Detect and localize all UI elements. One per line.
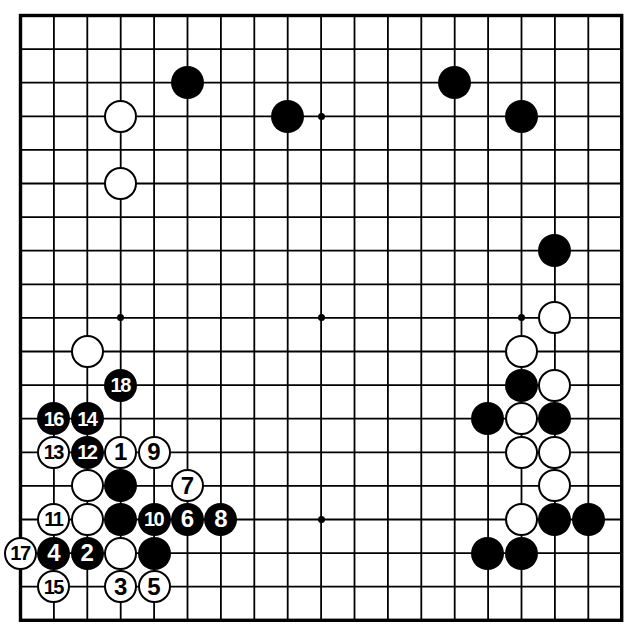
- move-number: 2: [81, 541, 94, 565]
- white-stone-D16: [104, 100, 137, 133]
- move-number: 9: [147, 440, 160, 464]
- move-3-white-stone-D2: 3: [104, 570, 137, 603]
- white-stone-R5: [538, 469, 571, 502]
- move-7-white-stone-F5: 7: [171, 469, 204, 502]
- move-2-black-stone-C3: 2: [71, 537, 104, 570]
- go-board: 181614131219711106817421535: [0, 0, 640, 640]
- move-16-black-stone-B7: 16: [37, 402, 70, 435]
- move-number: 1: [114, 440, 127, 464]
- move-10-black-stone-E4: 10: [138, 503, 171, 536]
- white-stone-D3: [104, 537, 137, 570]
- move-number: 12: [77, 442, 96, 462]
- move-14-black-stone-C7: 14: [71, 402, 104, 435]
- move-number: 3: [114, 574, 127, 598]
- move-18-black-stone-D8: 18: [104, 369, 137, 402]
- black-stone-S4: [572, 503, 605, 536]
- move-number: 8: [214, 507, 227, 531]
- move-number: 5: [147, 574, 160, 598]
- white-stone-C4: [71, 503, 104, 536]
- move-9-white-stone-E6: 9: [138, 436, 171, 469]
- move-number: 11: [44, 509, 62, 529]
- star-point: [318, 516, 325, 523]
- move-4-black-stone-B3: 4: [37, 537, 70, 570]
- move-number: 17: [10, 543, 29, 563]
- white-stone-Q9: [505, 335, 538, 368]
- black-stone-P7: [471, 402, 504, 435]
- move-number: 7: [181, 473, 194, 497]
- move-13-white-stone-B6: 13: [37, 436, 70, 469]
- black-stone-R12: [538, 234, 571, 267]
- white-stone-C5: [71, 469, 104, 502]
- star-point: [518, 314, 525, 321]
- black-stone-R4: [538, 503, 571, 536]
- star-point: [318, 314, 325, 321]
- move-number: 18: [111, 375, 130, 395]
- white-stone-R6: [538, 436, 571, 469]
- white-stone-R10: [538, 301, 571, 334]
- black-stone-P3: [471, 537, 504, 570]
- move-number: 6: [181, 507, 194, 531]
- black-stone-O17: [438, 66, 471, 99]
- star-point: [117, 314, 124, 321]
- black-stone-D4: [104, 503, 137, 536]
- black-stone-R7: [538, 402, 571, 435]
- move-5-white-stone-E2: 5: [138, 570, 171, 603]
- move-number: 15: [44, 576, 63, 596]
- move-number: 14: [77, 408, 96, 428]
- move-17-white-stone-A3: 17: [4, 537, 37, 570]
- white-stone-Q7: [505, 402, 538, 435]
- white-stone-Q6: [505, 436, 538, 469]
- black-stone-J16: [271, 100, 304, 133]
- black-stone-Q8: [505, 369, 538, 402]
- move-12-black-stone-C6: 12: [71, 436, 104, 469]
- move-6-black-stone-F4: 6: [171, 503, 204, 536]
- white-stone-Q4: [505, 503, 538, 536]
- move-11-white-stone-B4: 11: [37, 503, 70, 536]
- move-8-black-stone-G4: 8: [204, 503, 237, 536]
- black-stone-E3: [138, 537, 171, 570]
- stones-layer: 181614131219711106817421535: [4, 0, 639, 637]
- move-number: 4: [47, 541, 60, 565]
- star-point: [318, 113, 325, 120]
- black-stone-D5: [104, 469, 137, 502]
- move-number: 13: [44, 442, 63, 462]
- move-1-white-stone-D6: 1: [104, 436, 137, 469]
- black-stone-Q3: [505, 537, 538, 570]
- move-15-white-stone-B2: 15: [37, 570, 70, 603]
- black-stone-Q16: [505, 100, 538, 133]
- white-stone-D14: [104, 167, 137, 200]
- black-stone-F17: [171, 66, 204, 99]
- white-stone-R8: [538, 369, 571, 402]
- move-number: 16: [44, 408, 63, 428]
- white-stone-C9: [71, 335, 104, 368]
- move-number: 10: [144, 509, 163, 529]
